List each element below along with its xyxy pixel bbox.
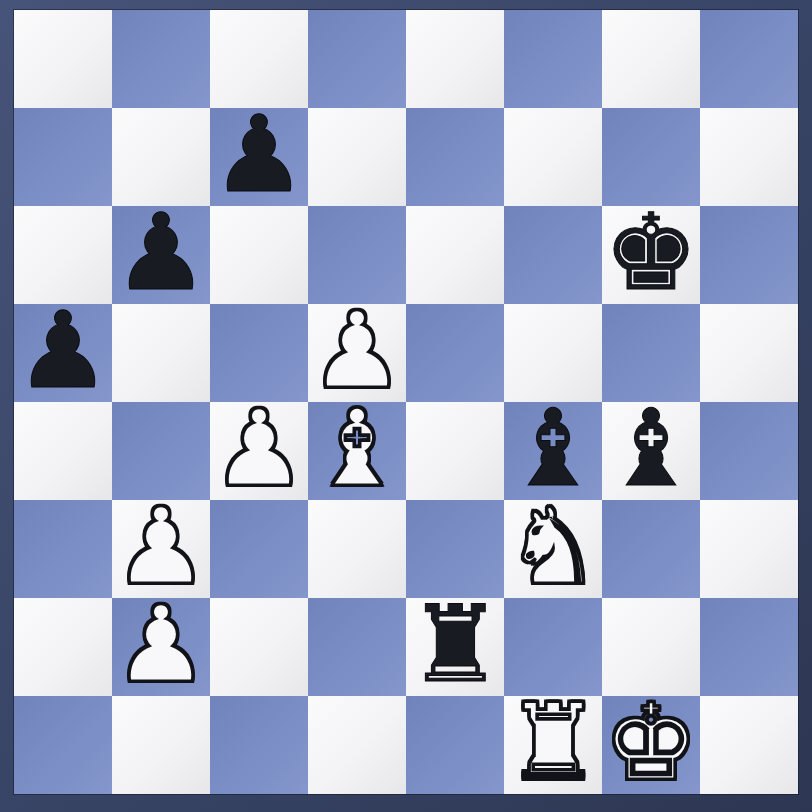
square-e6[interactable] bbox=[406, 206, 504, 304]
square-c4[interactable]: ♟ bbox=[210, 402, 308, 500]
square-f2[interactable] bbox=[504, 598, 602, 696]
square-e2[interactable]: ♜ bbox=[406, 598, 504, 696]
square-d5[interactable]: ♟ bbox=[308, 304, 406, 402]
square-a4[interactable] bbox=[14, 402, 112, 500]
square-g3[interactable] bbox=[602, 500, 700, 598]
square-d1[interactable] bbox=[308, 696, 406, 794]
square-g1[interactable]: ♚ bbox=[602, 696, 700, 794]
black-rook[interactable]: ♜ bbox=[407, 596, 502, 694]
black-bishop[interactable]: ♝ bbox=[603, 400, 698, 498]
square-c8[interactable] bbox=[210, 10, 308, 108]
square-e1[interactable] bbox=[406, 696, 504, 794]
square-b6[interactable]: ♟ bbox=[112, 206, 210, 304]
square-b3[interactable]: ♟ bbox=[112, 500, 210, 598]
square-b5[interactable] bbox=[112, 304, 210, 402]
square-a1[interactable] bbox=[14, 696, 112, 794]
square-b7[interactable] bbox=[112, 108, 210, 206]
square-b1[interactable] bbox=[112, 696, 210, 794]
square-h3[interactable] bbox=[700, 500, 798, 598]
square-e4[interactable] bbox=[406, 402, 504, 500]
square-g4[interactable]: ♝ bbox=[602, 402, 700, 500]
square-g8[interactable] bbox=[602, 10, 700, 108]
square-b8[interactable] bbox=[112, 10, 210, 108]
square-h1[interactable] bbox=[700, 696, 798, 794]
square-f4[interactable]: ♝ bbox=[504, 402, 602, 500]
square-f8[interactable] bbox=[504, 10, 602, 108]
square-e8[interactable] bbox=[406, 10, 504, 108]
square-c7[interactable]: ♟ bbox=[210, 108, 308, 206]
chess-board: ♟♟♚♟♟♟♝♝♝♟♞♟♜♜♚ bbox=[14, 10, 798, 794]
white-bishop[interactable]: ♝ bbox=[309, 400, 404, 498]
square-d8[interactable] bbox=[308, 10, 406, 108]
square-d2[interactable] bbox=[308, 598, 406, 696]
square-a5[interactable]: ♟ bbox=[14, 304, 112, 402]
square-e5[interactable] bbox=[406, 304, 504, 402]
white-pawn[interactable]: ♟ bbox=[309, 302, 404, 400]
square-c1[interactable] bbox=[210, 696, 308, 794]
black-pawn[interactable]: ♟ bbox=[211, 106, 306, 204]
square-f3[interactable]: ♞ bbox=[504, 500, 602, 598]
white-pawn[interactable]: ♟ bbox=[211, 400, 306, 498]
square-h4[interactable] bbox=[700, 402, 798, 500]
square-h5[interactable] bbox=[700, 304, 798, 402]
square-g5[interactable] bbox=[602, 304, 700, 402]
square-g2[interactable] bbox=[602, 598, 700, 696]
white-king[interactable]: ♚ bbox=[603, 694, 698, 792]
square-b4[interactable] bbox=[112, 402, 210, 500]
square-f6[interactable] bbox=[504, 206, 602, 304]
square-b2[interactable]: ♟ bbox=[112, 598, 210, 696]
square-d4[interactable]: ♝ bbox=[308, 402, 406, 500]
white-pawn[interactable]: ♟ bbox=[113, 596, 208, 694]
square-a2[interactable] bbox=[14, 598, 112, 696]
square-c3[interactable] bbox=[210, 500, 308, 598]
square-d3[interactable] bbox=[308, 500, 406, 598]
square-e7[interactable] bbox=[406, 108, 504, 206]
black-king[interactable]: ♚ bbox=[603, 204, 698, 302]
square-d6[interactable] bbox=[308, 206, 406, 304]
square-d7[interactable] bbox=[308, 108, 406, 206]
square-h6[interactable] bbox=[700, 206, 798, 304]
square-c6[interactable] bbox=[210, 206, 308, 304]
board-frame: ♟♟♚♟♟♟♝♝♝♟♞♟♜♜♚ bbox=[0, 0, 812, 812]
square-h2[interactable] bbox=[700, 598, 798, 696]
white-knight[interactable]: ♞ bbox=[505, 498, 600, 596]
black-bishop[interactable]: ♝ bbox=[505, 400, 600, 498]
square-a3[interactable] bbox=[14, 500, 112, 598]
square-h8[interactable] bbox=[700, 10, 798, 108]
square-c5[interactable] bbox=[210, 304, 308, 402]
square-f7[interactable] bbox=[504, 108, 602, 206]
square-f5[interactable] bbox=[504, 304, 602, 402]
square-a8[interactable] bbox=[14, 10, 112, 108]
white-rook[interactable]: ♜ bbox=[505, 694, 600, 792]
square-g6[interactable]: ♚ bbox=[602, 206, 700, 304]
square-a6[interactable] bbox=[14, 206, 112, 304]
square-g7[interactable] bbox=[602, 108, 700, 206]
square-c2[interactable] bbox=[210, 598, 308, 696]
black-pawn[interactable]: ♟ bbox=[113, 204, 208, 302]
square-h7[interactable] bbox=[700, 108, 798, 206]
white-pawn[interactable]: ♟ bbox=[113, 498, 208, 596]
square-e3[interactable] bbox=[406, 500, 504, 598]
square-a7[interactable] bbox=[14, 108, 112, 206]
black-pawn[interactable]: ♟ bbox=[15, 302, 110, 400]
square-f1[interactable]: ♜ bbox=[504, 696, 602, 794]
